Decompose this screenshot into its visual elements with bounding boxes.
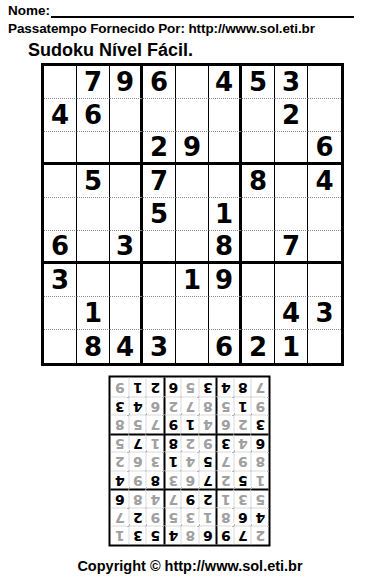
puzzle-cell-r3c3 — [110, 132, 143, 165]
solution-cell-r7c3: 6 — [216, 415, 234, 434]
puzzle-cell-r7c1: 3 — [44, 264, 77, 297]
solution-cell-r6c1: 6 — [251, 434, 269, 453]
puzzle-cell-r3c1 — [44, 132, 77, 165]
solution-cell-r7c9: 8 — [111, 415, 129, 434]
solution-cell-r2c2: 6 — [234, 508, 252, 527]
solution-cell-r4c7: 8 — [146, 471, 164, 490]
solution-cell-r8c6: 2 — [164, 397, 182, 416]
puzzle-cell-r6c2 — [77, 231, 110, 264]
puzzle-cell-r5c7 — [242, 198, 275, 231]
puzzle-cell-r2c6 — [209, 99, 242, 132]
solution-cell-r3c4: 2 — [199, 489, 217, 508]
sudoku-worksheet: Nome: Passatempo Fornecido Por: http://w… — [0, 0, 380, 585]
solution-cell-r4c5: 6 — [181, 471, 199, 490]
solution-cell-r2c1: 4 — [251, 508, 269, 527]
solution-cell-r1c1: 2 — [251, 526, 269, 545]
puzzle-cell-r9c8: 1 — [275, 330, 308, 363]
solution-cell-r4c6: 3 — [164, 471, 182, 490]
puzzle-cell-r3c2 — [77, 132, 110, 165]
solution-cell-r2c6: 5 — [164, 508, 182, 527]
solution-cell-r9c7: 2 — [146, 378, 164, 397]
solution-cell-r2c4: 1 — [199, 508, 217, 527]
solution-cell-r1c7: 5 — [146, 526, 164, 545]
puzzle-cell-r7c7 — [242, 264, 275, 297]
solution-cell-r8c5: 7 — [181, 397, 199, 416]
puzzle-cell-r2c2: 6 — [77, 99, 110, 132]
solution-cell-r6c2: 4 — [234, 434, 252, 453]
solution-cell-r9c5: 5 — [181, 378, 199, 397]
name-label: Nome: — [8, 3, 50, 18]
puzzle-cell-r8c6 — [209, 297, 242, 330]
puzzle-cell-r5c9 — [308, 198, 341, 231]
puzzle-cell-r9c5 — [176, 330, 209, 363]
puzzle-cell-r4c6 — [209, 165, 242, 198]
solution-cell-r9c9: 9 — [111, 378, 129, 397]
puzzle-cell-r4c3 — [110, 165, 143, 198]
solution-cell-r2c9: 7 — [111, 508, 129, 527]
solution-cell-r9c1: 7 — [251, 378, 269, 397]
puzzle-cell-r3c6 — [209, 132, 242, 165]
puzzle-cell-r7c4 — [143, 264, 176, 297]
puzzle-cell-r2c4 — [143, 99, 176, 132]
puzzle-cell-r6c8: 7 — [275, 231, 308, 264]
puzzle-cell-r3c5: 9 — [176, 132, 209, 165]
puzzle-grid: 7964534622965784516387319143843621 — [41, 63, 344, 366]
solution-cell-r4c9: 4 — [111, 471, 129, 490]
puzzle-cell-r8c7 — [242, 297, 275, 330]
solution-cell-r1c9: 1 — [111, 526, 129, 545]
puzzle-cell-r1c1 — [44, 66, 77, 99]
puzzle-cell-r9c9 — [308, 330, 341, 363]
puzzle-cell-r4c8 — [275, 165, 308, 198]
solution-cell-r6c5: 2 — [181, 434, 199, 453]
puzzle-cell-r3c4: 2 — [143, 132, 176, 165]
puzzle-cell-r5c3 — [110, 198, 143, 231]
page-title: Sudoku Nível Fácil. — [28, 40, 193, 61]
puzzle-cell-r5c5 — [176, 198, 209, 231]
puzzle-cell-r9c1 — [44, 330, 77, 363]
puzzle-cell-r2c5 — [176, 99, 209, 132]
solution-cell-r5c6: 1 — [164, 452, 182, 471]
solution-cell-r2c7: 9 — [146, 508, 164, 527]
puzzle-cell-r4c1 — [44, 165, 77, 198]
puzzle-cell-r5c4: 5 — [143, 198, 176, 231]
puzzle-cell-r6c1: 6 — [44, 231, 77, 264]
solution-cell-r3c5: 9 — [181, 489, 199, 508]
solution-cell-r5c8: 6 — [129, 452, 147, 471]
puzzle-cell-r8c3 — [110, 297, 143, 330]
puzzle-cell-r4c2: 5 — [77, 165, 110, 198]
puzzle-cell-r6c5 — [176, 231, 209, 264]
solution-cell-r5c5: 4 — [181, 452, 199, 471]
puzzle-cell-r4c4: 7 — [143, 165, 176, 198]
solution-cell-r3c1: 5 — [251, 489, 269, 508]
copyright-text: Copyright © http://www.sol.eti.br — [0, 558, 380, 574]
solution-cell-r5c7: 3 — [146, 452, 164, 471]
puzzle-cell-r4c9: 4 — [308, 165, 341, 198]
puzzle-cell-r9c2: 8 — [77, 330, 110, 363]
solution-cell-r8c1: 9 — [251, 397, 269, 416]
solution-cell-r1c5: 8 — [181, 526, 199, 545]
name-row: Nome: — [8, 2, 354, 18]
puzzle-cell-r1c4: 6 — [143, 66, 176, 99]
solution-cell-r6c9: 5 — [111, 434, 129, 453]
solution-cell-r7c4: 4 — [199, 415, 217, 434]
solution-cell-r7c6: 9 — [164, 415, 182, 434]
solution-cell-r8c9: 3 — [111, 397, 129, 416]
solution-cell-r3c9: 6 — [111, 489, 129, 508]
solution-cell-r4c2: 5 — [234, 471, 252, 490]
puzzle-cell-r4c7: 8 — [242, 165, 275, 198]
puzzle-cell-r6c6: 8 — [209, 231, 242, 264]
solution-cell-r4c4: 7 — [199, 471, 217, 490]
solution-cell-r9c8: 1 — [129, 378, 147, 397]
puzzle-cell-r5c2 — [77, 198, 110, 231]
solution-cell-r1c2: 7 — [234, 526, 252, 545]
puzzle-cell-r8c4 — [143, 297, 176, 330]
solution-cell-r8c3: 5 — [216, 397, 234, 416]
solution-cell-r6c6: 8 — [164, 434, 182, 453]
solution-cell-r5c1: 8 — [251, 452, 269, 471]
solution-cell-r9c3: 4 — [216, 378, 234, 397]
puzzle-cell-r2c3 — [110, 99, 143, 132]
puzzle-cell-r4c5 — [176, 165, 209, 198]
solution-cell-r8c7: 6 — [146, 397, 164, 416]
puzzle-cell-r7c2 — [77, 264, 110, 297]
solution-cell-r3c8: 8 — [129, 489, 147, 508]
solution-cell-r7c8: 5 — [129, 415, 147, 434]
puzzle-cell-r7c9 — [308, 264, 341, 297]
solution-cell-r1c8: 3 — [129, 526, 147, 545]
solution-cell-r7c5: 1 — [181, 415, 199, 434]
puzzle-cell-r5c8 — [275, 198, 308, 231]
solution-cell-r8c8: 4 — [129, 397, 147, 416]
provided-by-text: Passatempo Fornecido Por: http://www.sol… — [8, 21, 368, 36]
solution-cell-r5c4: 5 — [199, 452, 217, 471]
puzzle-cell-r8c8: 4 — [275, 297, 308, 330]
puzzle-cell-r9c4: 3 — [143, 330, 176, 363]
puzzle-cell-r8c2: 1 — [77, 297, 110, 330]
puzzle-cell-r6c3: 3 — [110, 231, 143, 264]
puzzle-cell-r8c5 — [176, 297, 209, 330]
puzzle-cell-r7c5: 1 — [176, 264, 209, 297]
puzzle-cell-r2c8: 2 — [275, 99, 308, 132]
solution-cell-r7c7: 7 — [146, 415, 164, 434]
solution-cell-r1c3: 9 — [216, 526, 234, 545]
solution-cell-r6c4: 9 — [199, 434, 217, 453]
puzzle-cell-r7c6: 9 — [209, 264, 242, 297]
solution-cell-r3c6: 7 — [164, 489, 182, 508]
solution-cell-r6c7: 1 — [146, 434, 164, 453]
solution-cell-r7c1: 3 — [251, 415, 269, 434]
puzzle-cell-r6c4 — [143, 231, 176, 264]
puzzle-cell-r8c9: 3 — [308, 297, 341, 330]
puzzle-cell-r2c7 — [242, 99, 275, 132]
puzzle-cell-r1c7: 5 — [242, 66, 275, 99]
puzzle-cell-r6c7 — [242, 231, 275, 264]
puzzle-cell-r3c8 — [275, 132, 308, 165]
solution-cell-r2c8: 2 — [129, 508, 147, 527]
puzzle-cell-r8c1 — [44, 297, 77, 330]
puzzle-cell-r1c6: 4 — [209, 66, 242, 99]
solution-grid: 2796845314681359275312974861527638948975… — [109, 376, 271, 547]
solution-cell-r5c9: 2 — [111, 452, 129, 471]
solution-cell-r3c3: 1 — [216, 489, 234, 508]
solution-cell-r8c2: 1 — [234, 397, 252, 416]
puzzle-cell-r6c9 — [308, 231, 341, 264]
puzzle-cell-r7c8 — [275, 264, 308, 297]
puzzle-cell-r1c8: 3 — [275, 66, 308, 99]
solution-cell-r2c5: 3 — [181, 508, 199, 527]
solution-cell-r9c2: 8 — [234, 378, 252, 397]
solution-cell-r6c8: 7 — [129, 434, 147, 453]
solution-cell-r6c3: 3 — [216, 434, 234, 453]
puzzle-cell-r1c9 — [308, 66, 341, 99]
solution-cell-r4c3: 2 — [216, 471, 234, 490]
solution-cell-r5c3: 7 — [216, 452, 234, 471]
solution-cell-r3c7: 4 — [146, 489, 164, 508]
puzzle-cell-r2c1: 4 — [44, 99, 77, 132]
solution-cell-r1c4: 6 — [199, 526, 217, 545]
puzzle-cell-r1c5 — [176, 66, 209, 99]
puzzle-cell-r5c1 — [44, 198, 77, 231]
solution-cell-r9c4: 3 — [199, 378, 217, 397]
puzzle-cell-r3c9: 6 — [308, 132, 341, 165]
solution-cell-r9c6: 6 — [164, 378, 182, 397]
solution-cell-r2c3: 8 — [216, 508, 234, 527]
puzzle-cell-r5c6: 1 — [209, 198, 242, 231]
solution-cell-r8c4: 8 — [199, 397, 217, 416]
solution-cell-r4c8: 9 — [129, 471, 147, 490]
puzzle-cell-r1c3: 9 — [110, 66, 143, 99]
solution-cell-r7c2: 2 — [234, 415, 252, 434]
solution-cell-r3c2: 3 — [234, 489, 252, 508]
puzzle-cell-r9c3: 4 — [110, 330, 143, 363]
puzzle-cell-r9c7: 2 — [242, 330, 275, 363]
solution-cell-r4c1: 1 — [251, 471, 269, 490]
solution-cell-r1c6: 4 — [164, 526, 182, 545]
name-underline — [51, 2, 354, 18]
puzzle-cell-r2c9 — [308, 99, 341, 132]
puzzle-cell-r3c7 — [242, 132, 275, 165]
puzzle-cell-r9c6: 6 — [209, 330, 242, 363]
solution-cell-r5c2: 9 — [234, 452, 252, 471]
puzzle-cell-r1c2: 7 — [77, 66, 110, 99]
puzzle-cell-r7c3 — [110, 264, 143, 297]
